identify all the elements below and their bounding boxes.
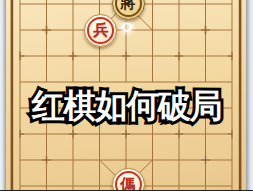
red-horse-glyph: 傌 — [113, 169, 144, 191]
black-general[interactable]: 將 — [112, 0, 145, 20]
red-horse[interactable]: 傌 — [112, 168, 145, 191]
last-move-indicator — [122, 22, 132, 32]
video-letterbox-right — [246, 0, 253, 190]
red-soldier-glyph: 兵 — [85, 15, 116, 46]
xiangqi-board[interactable]: 將兵傌 — [6, 0, 246, 190]
black-general-glyph: 將 — [113, 0, 144, 19]
video-frame: 將兵傌 红棋如何破局 红棋如何破局 — [0, 0, 253, 190]
red-soldier[interactable]: 兵 — [84, 14, 117, 47]
